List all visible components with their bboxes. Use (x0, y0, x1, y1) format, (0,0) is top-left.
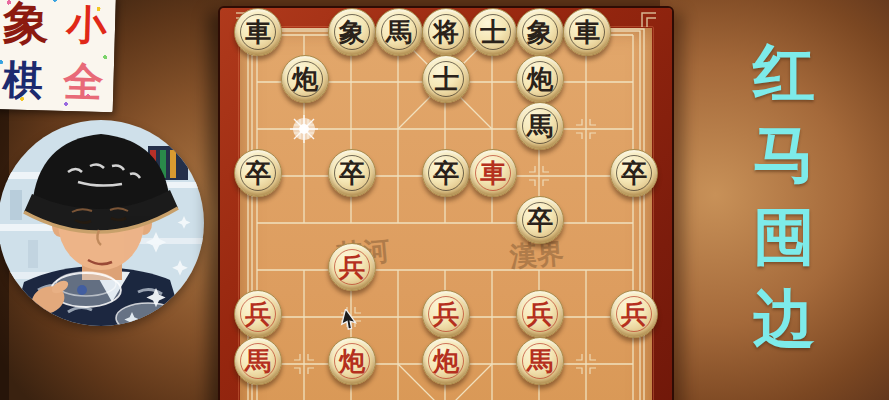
piece-char: 将 (433, 17, 459, 47)
title-char: 边 (742, 288, 826, 350)
piece-char: 卒 (433, 158, 459, 188)
piece-char: 炮 (433, 346, 459, 376)
piece-char: 馬 (245, 346, 271, 376)
piece-red-c7r3[interactable]: 馬 (516, 337, 564, 385)
piece-red-c1r3[interactable]: 馬 (234, 337, 282, 385)
piece-red-c3r3[interactable]: 炮 (328, 337, 376, 385)
piece-char: 象 (339, 17, 365, 47)
piece-black-c7r9[interactable]: 炮 (516, 55, 564, 103)
title-char: 红 (742, 42, 826, 104)
logo-char: 棋 (2, 59, 43, 100)
piece-black-c7r10[interactable]: 象 (516, 8, 564, 56)
piece-black-c6r10[interactable]: 士 (469, 8, 517, 56)
piece-red-c1r4[interactable]: 兵 (234, 290, 282, 338)
piece-char: 兵 (339, 252, 365, 282)
piece-char: 士 (433, 64, 459, 94)
piece-red-c5r3[interactable]: 炮 (422, 337, 470, 385)
logo-char: 全 (63, 61, 104, 102)
piece-black-c3r10[interactable]: 象 (328, 8, 376, 56)
piece-char: 卒 (245, 158, 271, 188)
logo-char: 象 (2, 0, 49, 47)
piece-char: 車 (245, 17, 271, 47)
piece-black-c1r10[interactable]: 車 (234, 8, 282, 56)
piece-black-c5r7[interactable]: 卒 (422, 149, 470, 197)
logo-char: 小 (66, 4, 107, 45)
piece-black-c2r9[interactable]: 炮 (281, 55, 329, 103)
piece-char: 馬 (527, 111, 553, 141)
piece-red-c6r7[interactable]: 車 (469, 149, 517, 197)
piece-black-c1r7[interactable]: 卒 (234, 149, 282, 197)
piece-char: 炮 (339, 346, 365, 376)
piece-char: 兵 (527, 299, 553, 329)
frame-corner-ornament (640, 11, 658, 29)
piece-char: 士 (480, 17, 506, 47)
piece-char: 兵 (245, 299, 271, 329)
piece-black-c7r8[interactable]: 馬 (516, 102, 564, 150)
piece-char: 兵 (621, 299, 647, 329)
piece-char: 車 (480, 158, 506, 188)
piece-char: 卒 (621, 158, 647, 188)
piece-black-c5r10[interactable]: 将 (422, 8, 470, 56)
piece-red-c5r4[interactable]: 兵 (422, 290, 470, 338)
board-surface[interactable]: 楚河 漢界 車象馬将士象車炮士炮馬卒卒卒卒卒車兵兵兵兵兵馬炮炮馬 (240, 28, 652, 400)
piece-char: 卒 (527, 205, 553, 235)
piece-char: 兵 (433, 299, 459, 329)
piece-black-c7r6[interactable]: 卒 (516, 196, 564, 244)
piece-black-c4r10[interactable]: 馬 (375, 8, 423, 56)
piece-char: 炮 (527, 64, 553, 94)
piece-char: 車 (574, 17, 600, 47)
piece-char: 象 (527, 17, 553, 47)
episode-title-vertical: 红 马 囤 边 (742, 42, 826, 370)
video-frame: 象 小 棋 全 (0, 0, 889, 400)
piece-char: 炮 (292, 64, 318, 94)
piece-red-c7r4[interactable]: 兵 (516, 290, 564, 338)
move-highlight-sparkle (290, 115, 318, 143)
title-char: 囤 (742, 206, 826, 268)
piece-black-c9r7[interactable]: 卒 (610, 149, 658, 197)
piece-char: 卒 (339, 158, 365, 188)
piece-char: 馬 (527, 346, 553, 376)
xiangqi-board[interactable]: 楚河 漢界 車象馬将士象車炮士炮馬卒卒卒卒卒車兵兵兵兵兵馬炮炮馬 (220, 8, 672, 400)
channel-logo-card: 象 小 棋 全 (0, 0, 116, 112)
piece-black-c3r7[interactable]: 卒 (328, 149, 376, 197)
mouse-cursor (340, 309, 358, 331)
piece-red-c3r5[interactable]: 兵 (328, 243, 376, 291)
piece-black-c8r10[interactable]: 車 (563, 8, 611, 56)
presenter-illustration (0, 120, 204, 326)
title-char: 马 (742, 124, 826, 186)
piece-black-c5r9[interactable]: 士 (422, 55, 470, 103)
piece-char: 馬 (386, 17, 412, 47)
piece-red-c9r4[interactable]: 兵 (610, 290, 658, 338)
presenter-avatar (0, 120, 204, 326)
